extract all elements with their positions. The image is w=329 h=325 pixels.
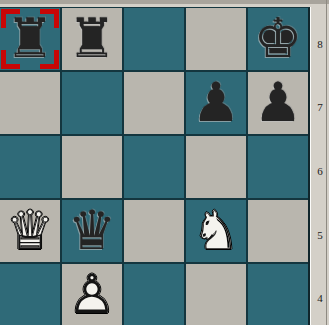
piece-bP-h7-icon: ♟: [248, 72, 308, 134]
square-f7[interactable]: [124, 72, 184, 134]
square-d5[interactable]: ♛♕: [0, 200, 60, 262]
square-e8[interactable]: ♜: [62, 8, 122, 70]
square-g6[interactable]: [186, 136, 246, 198]
selection-highlight-corner-tl: [1, 9, 20, 28]
square-h6[interactable]: [248, 136, 308, 198]
chess-board: ♜♜♚♟♟♛♕♛♞♘♟♙: [0, 7, 310, 325]
square-h5[interactable]: [248, 200, 308, 262]
square-d7[interactable]: [0, 72, 60, 134]
square-e5[interactable]: ♛: [62, 200, 122, 262]
square-f6[interactable]: [124, 136, 184, 198]
square-e4[interactable]: ♟♙: [62, 264, 122, 325]
square-d4[interactable]: [0, 264, 60, 325]
square-f4[interactable]: [124, 264, 184, 325]
selection-highlight-corner-tr: [40, 9, 59, 28]
square-h4[interactable]: [248, 264, 308, 325]
square-g7[interactable]: ♟: [186, 72, 246, 134]
square-g4[interactable]: [186, 264, 246, 325]
selection-highlight-corner-bl: [1, 50, 20, 69]
square-f8[interactable]: [124, 8, 184, 70]
square-g5[interactable]: ♞♘: [186, 200, 246, 262]
piece-wQ-d5-icon: ♛♕: [0, 200, 60, 262]
piece-wN-g5-icon: ♞♘: [186, 200, 246, 262]
piece-bK-h8-icon: ♚: [248, 8, 308, 70]
square-h7[interactable]: ♟: [248, 72, 308, 134]
piece-bR-e8-icon: ♜: [62, 8, 122, 70]
square-h8[interactable]: ♚: [248, 8, 308, 70]
square-d6[interactable]: [0, 136, 60, 198]
square-g8[interactable]: [186, 8, 246, 70]
square-d8[interactable]: ♜: [0, 8, 60, 70]
window-right-groove: [326, 0, 327, 325]
square-e6[interactable]: [62, 136, 122, 198]
piece-wP-e4-icon: ♟♙: [62, 264, 122, 325]
square-f5[interactable]: [124, 200, 184, 262]
selection-highlight-corner-br: [40, 50, 59, 69]
square-e7[interactable]: [62, 72, 122, 134]
piece-bQ-e5-icon: ♛: [62, 200, 122, 262]
piece-bP-g7-icon: ♟: [186, 72, 246, 134]
chess-app-window: ♜♜♚♟♟♛♕♛♞♘♟♙ 87654: [0, 0, 329, 325]
